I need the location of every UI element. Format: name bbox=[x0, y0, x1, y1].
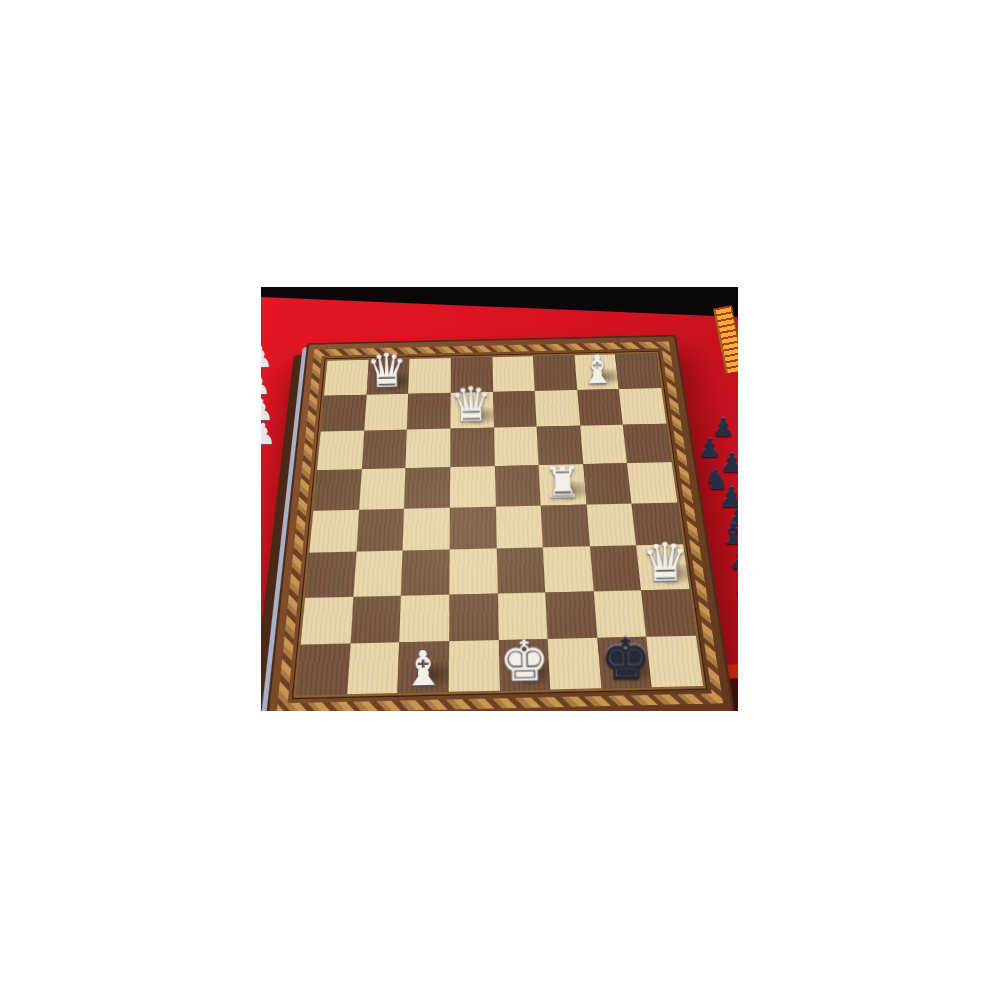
chess-board: ♛♝♛♜♛♝♚♚ bbox=[265, 335, 735, 711]
square-c4[interactable] bbox=[403, 507, 450, 550]
square-b5[interactable] bbox=[359, 468, 406, 509]
square-a4[interactable] bbox=[309, 509, 358, 553]
square-f3[interactable] bbox=[543, 546, 593, 592]
square-d2[interactable] bbox=[449, 593, 498, 641]
square-e4[interactable] bbox=[495, 505, 543, 548]
square-c1[interactable]: ♝ bbox=[398, 642, 449, 693]
square-d5[interactable] bbox=[450, 466, 496, 507]
square-d7[interactable]: ♛ bbox=[450, 392, 493, 429]
square-g8[interactable]: ♝ bbox=[574, 354, 619, 389]
square-h5[interactable] bbox=[627, 462, 677, 503]
square-g3[interactable] bbox=[590, 545, 642, 591]
square-a2[interactable] bbox=[301, 597, 354, 646]
square-h3[interactable]: ♛ bbox=[636, 544, 689, 590]
square-e5[interactable] bbox=[494, 465, 540, 506]
square-f5[interactable]: ♜ bbox=[539, 464, 587, 505]
square-c3[interactable] bbox=[401, 550, 449, 596]
square-d1[interactable] bbox=[449, 641, 500, 692]
square-d3[interactable] bbox=[449, 549, 497, 595]
background-dark-strip bbox=[261, 287, 738, 317]
piece-white-queen-h3[interactable]: ♛ bbox=[640, 537, 689, 589]
chess-game-photo: ♛♝♛♜♛♝♚♚ ♟♟♟♟ ♟♟♟♞♟♟♝♟♟♟ bbox=[261, 287, 738, 711]
captured-black-pawn: ♟ bbox=[698, 436, 721, 462]
square-a8[interactable] bbox=[324, 360, 368, 396]
square-e6[interactable] bbox=[494, 427, 539, 466]
captured-white-pawn: ♟ bbox=[261, 420, 276, 449]
square-g1[interactable]: ♚ bbox=[597, 637, 652, 688]
piece-white-bishop-c1[interactable]: ♝ bbox=[401, 645, 445, 691]
piece-white-rook-f5[interactable]: ♜ bbox=[543, 463, 582, 504]
screenshot-canvas: ♛♝♛♜♛♝♚♚ ♟♟♟♟ ♟♟♟♞♟♟♝♟♟♟ bbox=[0, 0, 999, 999]
square-g7[interactable] bbox=[577, 389, 623, 426]
square-d4[interactable] bbox=[450, 506, 497, 549]
square-h1[interactable] bbox=[647, 636, 703, 687]
square-b1[interactable] bbox=[347, 643, 400, 694]
square-f2[interactable] bbox=[545, 591, 597, 639]
square-b7[interactable] bbox=[364, 393, 409, 430]
square-a1[interactable] bbox=[296, 644, 350, 695]
piece-white-bishop-g8[interactable]: ♝ bbox=[579, 350, 615, 388]
square-e1[interactable]: ♚ bbox=[498, 639, 550, 690]
piece-white-king-e1[interactable]: ♚ bbox=[498, 635, 550, 690]
piece-black-king-g1[interactable]: ♚ bbox=[600, 632, 652, 687]
square-g5[interactable] bbox=[583, 463, 632, 504]
square-a3[interactable] bbox=[305, 552, 356, 598]
square-b3[interactable] bbox=[353, 551, 403, 597]
square-e3[interactable] bbox=[496, 547, 545, 593]
square-f4[interactable] bbox=[541, 504, 590, 547]
square-f8[interactable] bbox=[533, 355, 577, 390]
square-b4[interactable] bbox=[356, 508, 404, 551]
square-f1[interactable] bbox=[548, 638, 601, 689]
piece-white-queen-b8[interactable]: ♛ bbox=[365, 348, 408, 393]
square-h6[interactable] bbox=[623, 424, 672, 463]
square-b6[interactable] bbox=[361, 430, 407, 469]
square-b8[interactable]: ♛ bbox=[366, 359, 409, 395]
square-h7[interactable] bbox=[619, 388, 666, 425]
square-d6[interactable] bbox=[450, 428, 494, 467]
captured-black-pawn: ♟ bbox=[735, 593, 738, 624]
square-e7[interactable] bbox=[493, 391, 537, 428]
piece-white-queen-d7[interactable]: ♛ bbox=[449, 381, 493, 427]
square-c6[interactable] bbox=[406, 429, 451, 468]
square-g4[interactable] bbox=[586, 503, 636, 546]
square-f7[interactable] bbox=[535, 390, 580, 427]
